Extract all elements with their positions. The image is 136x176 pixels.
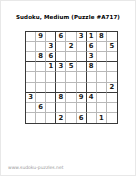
cell-r8c3 xyxy=(46,103,56,113)
page-title: Sudoku, Medium (Puzzle #A717) xyxy=(1,14,135,20)
cell-r6c1 xyxy=(26,83,36,93)
cell-r3c1 xyxy=(26,52,36,62)
cell-r9c1 xyxy=(26,113,36,123)
cell-r5c5 xyxy=(66,72,76,82)
cell-r2c2 xyxy=(36,42,46,52)
cell-r8c9 xyxy=(107,103,117,113)
cell-r6c9: 2 xyxy=(107,83,117,93)
cell-r5c4 xyxy=(56,72,66,82)
cell-r9c4: 2 xyxy=(56,113,66,123)
cell-r9c3 xyxy=(46,113,56,123)
cell-r4c5: 5 xyxy=(66,62,76,72)
cell-r2c3: 3 xyxy=(46,42,56,52)
cell-r1c4: 6 xyxy=(56,32,66,42)
cell-r5c1 xyxy=(26,72,36,82)
cell-r5c8 xyxy=(97,72,107,82)
cell-r8c8 xyxy=(97,103,107,113)
cell-r4c1 xyxy=(26,62,36,72)
cell-r5c6 xyxy=(77,72,87,82)
cell-r2c9: 5 xyxy=(107,42,117,52)
cell-r7c7: 4 xyxy=(87,93,97,103)
cell-r8c7 xyxy=(87,103,97,113)
cell-r7c2 xyxy=(36,93,46,103)
cell-r7c3 xyxy=(46,93,56,103)
cell-r4c7: 8 xyxy=(87,62,97,72)
cell-r1c3 xyxy=(46,32,56,42)
cell-r2c6 xyxy=(77,42,87,52)
cell-r9c8: 1 xyxy=(97,113,107,123)
cell-r4c4: 3 xyxy=(56,62,66,72)
footer-url: www.sudoku-puzzles.net xyxy=(8,165,63,170)
cell-r9c5 xyxy=(66,113,76,123)
cell-r7c6: 9 xyxy=(77,93,87,103)
cell-r3c3: 6 xyxy=(46,52,56,62)
cell-r2c8 xyxy=(97,42,107,52)
cell-r6c3 xyxy=(46,83,56,93)
cell-r4c6 xyxy=(77,62,87,72)
cell-r3c7: 3 xyxy=(87,52,97,62)
cell-r3c6 xyxy=(77,52,87,62)
cell-r4c3: 1 xyxy=(46,62,56,72)
cell-r8c1 xyxy=(26,103,36,113)
cell-r4c2 xyxy=(36,62,46,72)
cell-r1c1 xyxy=(26,32,36,42)
cell-r2c1 xyxy=(26,42,36,52)
cell-r7c4: 8 xyxy=(56,93,66,103)
cell-r4c9 xyxy=(107,62,117,72)
cell-r6c2 xyxy=(36,83,46,93)
cell-r9c7 xyxy=(87,113,97,123)
cell-r9c9 xyxy=(107,113,117,123)
cell-r6c5 xyxy=(66,83,76,93)
cell-r1c8: 8 xyxy=(97,32,107,42)
cell-r3c8 xyxy=(97,52,107,62)
cell-r5c9 xyxy=(107,72,117,82)
cell-r2c4 xyxy=(56,42,66,52)
cell-r2c5: 2 xyxy=(66,42,76,52)
cell-r3c5 xyxy=(66,52,76,62)
cell-r1c9 xyxy=(107,32,117,42)
cell-r2c7: 6 xyxy=(87,42,97,52)
cell-r1c7: 1 xyxy=(87,32,97,42)
cell-r5c3 xyxy=(46,72,56,82)
cell-r7c1: 3 xyxy=(26,93,36,103)
cell-r1c5 xyxy=(66,32,76,42)
cell-r1c2: 9 xyxy=(36,32,46,42)
cell-r8c2: 6 xyxy=(36,103,46,113)
cell-r5c2 xyxy=(36,72,46,82)
cell-r6c4 xyxy=(56,83,66,93)
cell-r6c7 xyxy=(87,83,97,93)
cell-r9c2 xyxy=(36,113,46,123)
sudoku-sheet: { "game": "sudoku", "header": { "title":… xyxy=(0,0,136,176)
cell-r7c8 xyxy=(97,93,107,103)
cell-r3c9 xyxy=(107,52,117,62)
cell-r8c4 xyxy=(56,103,66,113)
cell-r3c2: 8 xyxy=(36,52,46,62)
cell-r6c6 xyxy=(77,83,87,93)
cell-r4c8 xyxy=(97,62,107,72)
cell-r5c7 xyxy=(87,72,97,82)
cell-r7c9 xyxy=(107,93,117,103)
cell-r6c8 xyxy=(97,83,107,93)
cell-r7c5 xyxy=(66,93,76,103)
cell-r8c5 xyxy=(66,103,76,113)
cell-r1c6: 3 xyxy=(77,32,87,42)
cell-r9c6: 6 xyxy=(77,113,87,123)
cell-r3c4 xyxy=(56,52,66,62)
sudoku-board: 9631832658631358238946261 xyxy=(25,31,118,124)
cell-r8c6 xyxy=(77,103,87,113)
